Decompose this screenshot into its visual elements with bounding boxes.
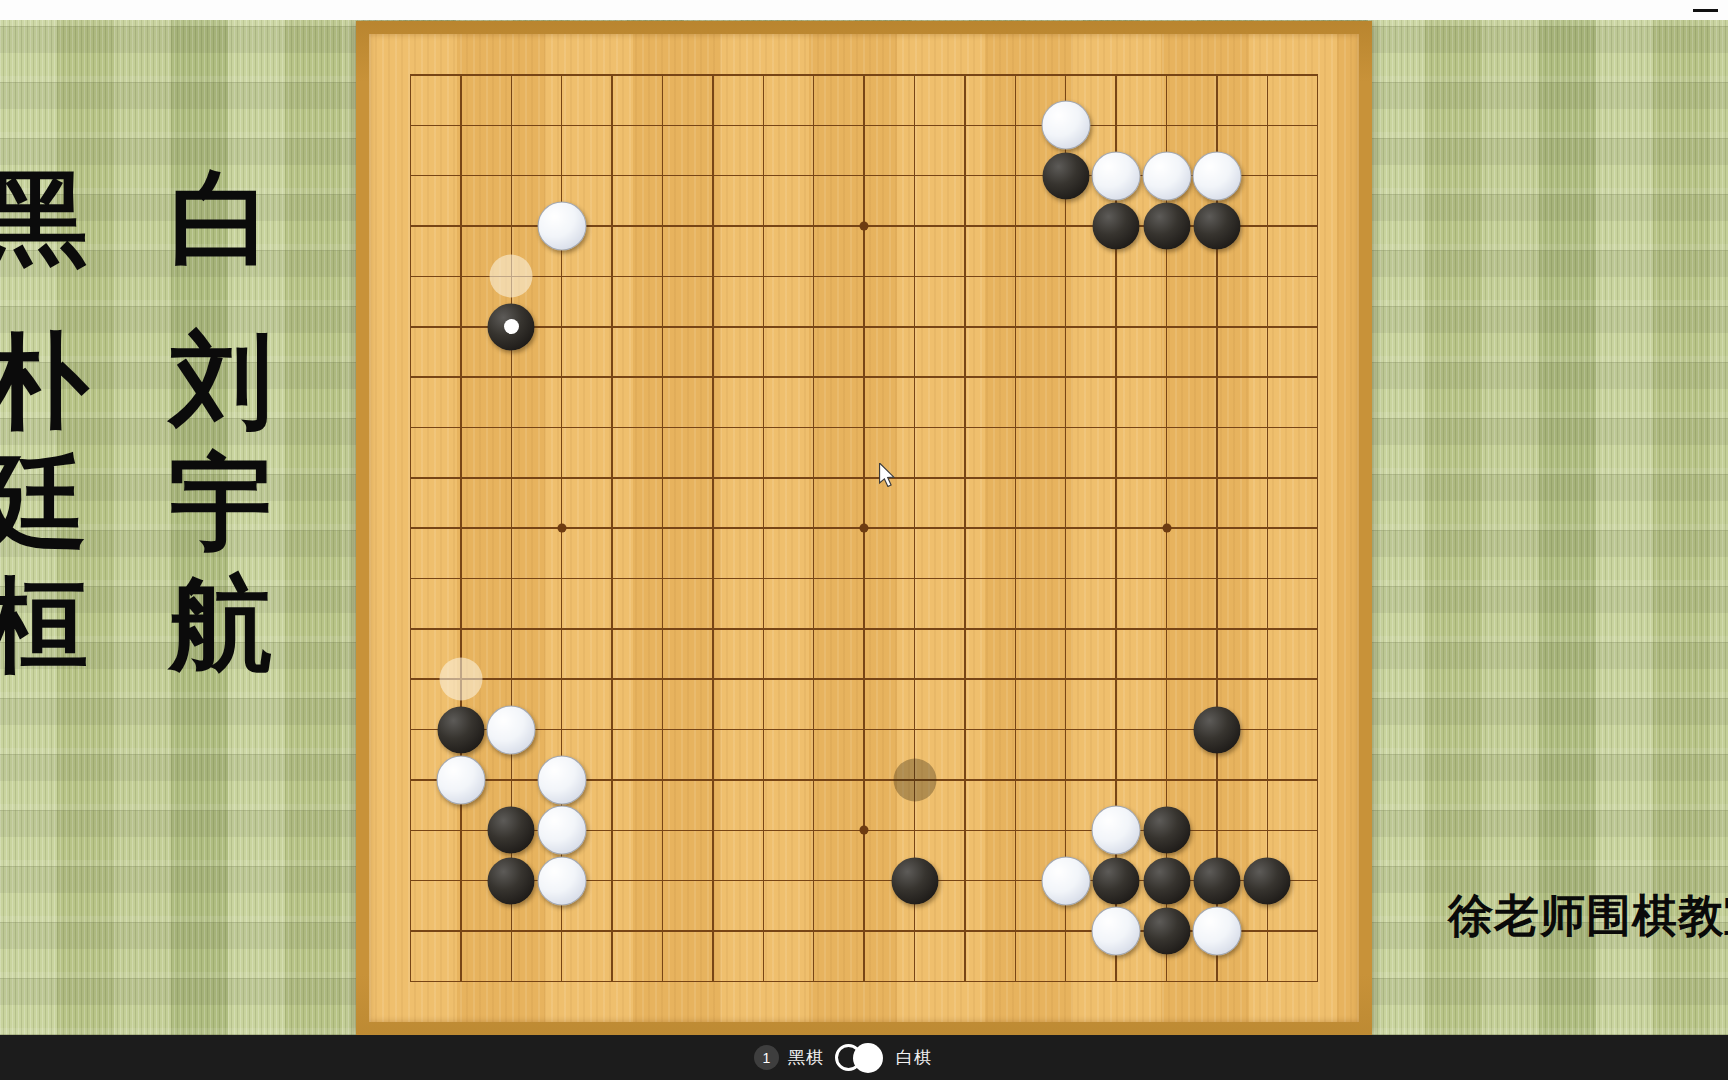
grid-line-vertical <box>964 74 966 982</box>
watermark-text: 徐老师围棋教室 <box>1448 886 1728 946</box>
white-stone <box>537 755 586 804</box>
grid-line-vertical <box>914 74 916 982</box>
black-stone <box>488 303 535 350</box>
titlebar <box>0 0 1728 20</box>
white-stone <box>1192 151 1241 200</box>
player-name-char: 廷 <box>0 442 94 564</box>
mouse-cursor-icon <box>876 463 898 491</box>
player-name-char: 航 <box>163 564 279 686</box>
grid-line-vertical <box>1267 74 1269 982</box>
grid-line-horizontal <box>410 678 1319 680</box>
white-player-name: 刘宇航 <box>163 320 279 686</box>
white-stone <box>1041 856 1090 905</box>
tatami-background: 黑 朴廷桓 白 刘宇航 徐老师围棋教室 <box>0 20 1728 1035</box>
stone-toggle-group: 1 黑棋 白棋 <box>754 1042 932 1074</box>
ghost-stone-white <box>490 255 533 298</box>
white-stone <box>537 806 586 855</box>
ghost-stone-black <box>893 758 936 801</box>
white-stone <box>436 755 485 804</box>
grid-line-horizontal <box>410 578 1319 580</box>
stone-color-toggle[interactable] <box>833 1042 887 1074</box>
white-stone <box>537 856 586 905</box>
player-name-char: 朴 <box>0 320 94 442</box>
black-stone <box>488 857 535 904</box>
black-stone <box>1143 807 1190 854</box>
black-stone <box>1193 203 1240 250</box>
star-point <box>557 524 566 533</box>
player-name-char: 桓 <box>0 564 94 686</box>
black-stone <box>1193 857 1240 904</box>
white-player-caption: 白 刘宇航 <box>163 158 279 686</box>
black-stone <box>1193 706 1240 753</box>
board-surface <box>369 34 1359 1022</box>
grid-line-horizontal <box>410 981 1319 983</box>
white-stone <box>1092 806 1141 855</box>
white-stone <box>1092 151 1141 200</box>
white-stone-toggle-icon <box>853 1043 883 1073</box>
move-number-badge: 1 <box>754 1045 779 1070</box>
white-label: 白 <box>163 158 279 280</box>
star-point <box>1162 524 1171 533</box>
black-stone <box>437 706 484 753</box>
black-stone <box>1093 857 1140 904</box>
white-stone <box>1041 101 1090 150</box>
black-stone <box>1244 857 1291 904</box>
black-label: 黑 <box>0 158 94 280</box>
ghost-stone-white <box>439 658 482 701</box>
black-stone <box>488 807 535 854</box>
go-board[interactable] <box>356 21 1372 1035</box>
white-stone <box>537 202 586 251</box>
white-stone <box>487 705 536 754</box>
last-move-marker <box>504 319 519 334</box>
star-point <box>860 826 869 835</box>
white-toggle-label: 白棋 <box>896 1046 932 1069</box>
white-stone <box>1142 151 1191 200</box>
black-player-name: 朴廷桓 <box>0 320 94 686</box>
grid-line-horizontal <box>410 628 1319 630</box>
grid-line-vertical <box>1065 74 1067 982</box>
grid-line-vertical <box>1015 74 1017 982</box>
black-stone <box>1143 907 1190 954</box>
minimize-icon[interactable] <box>1693 9 1718 12</box>
black-stone <box>1093 203 1140 250</box>
black-stone <box>891 857 938 904</box>
player-name-char: 刘 <box>163 320 279 442</box>
black-toggle-label: 黑棋 <box>788 1046 824 1069</box>
black-stone <box>1143 857 1190 904</box>
black-player-caption: 黑 朴廷桓 <box>0 158 94 686</box>
white-stone <box>1192 906 1241 955</box>
grid-line-vertical <box>1317 74 1319 982</box>
grid-line-horizontal <box>410 729 1319 731</box>
bottom-bar: 1 黑棋 白棋 <box>0 1035 1728 1080</box>
star-point <box>860 222 869 231</box>
player-name-char: 宇 <box>163 442 279 564</box>
black-stone <box>1143 203 1190 250</box>
star-point <box>860 524 869 533</box>
white-stone <box>1092 906 1141 955</box>
black-stone <box>1042 152 1089 199</box>
